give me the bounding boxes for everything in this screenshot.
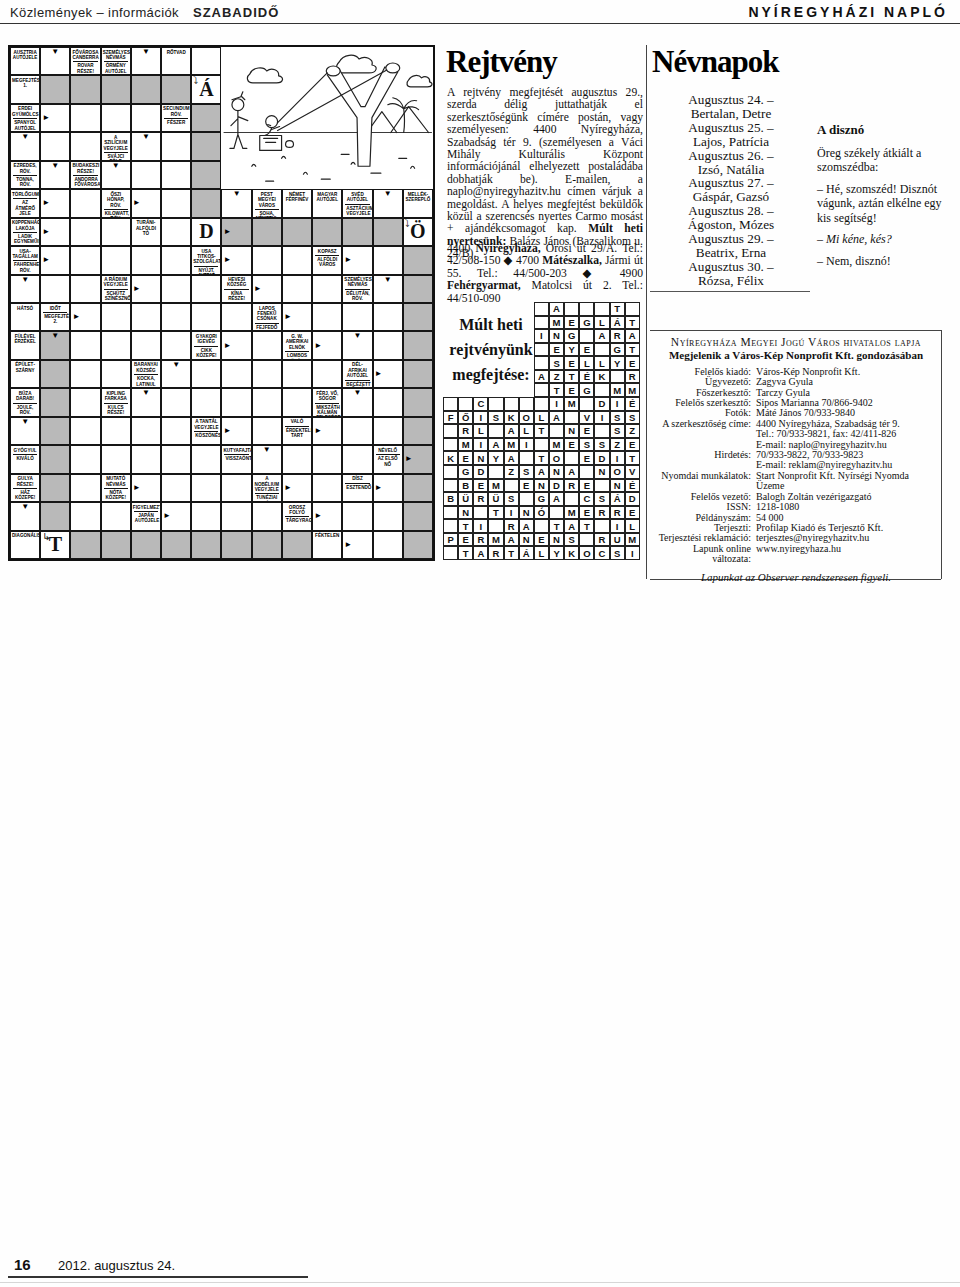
sol-void-cell xyxy=(519,329,534,343)
sol-letter-cell: É xyxy=(625,479,640,493)
sol-letter-cell: L xyxy=(534,546,549,560)
impressum-observer: Lapunkat az Observer rendszeresen figyel… xyxy=(654,572,938,582)
clue-text: NYÚJT, JUTTAT xyxy=(194,266,218,275)
cw-empty-cell xyxy=(191,360,221,388)
cw-empty-cell xyxy=(131,331,161,359)
clue-text: ALFÖLDI VÁROS xyxy=(315,255,339,268)
cw-empty-cell xyxy=(252,417,282,445)
sol-letter-cell: O xyxy=(519,411,534,425)
sol-letter-cell: L xyxy=(594,356,609,370)
sol-void-cell xyxy=(519,302,534,316)
sol-letter-cell: E xyxy=(458,533,473,547)
sol-letter-cell: M xyxy=(625,533,640,547)
cw-empty-cell xyxy=(101,303,131,331)
sol-letter-cell: B xyxy=(458,479,473,493)
sol-void-cell xyxy=(519,356,534,370)
cw-empty-cell xyxy=(161,417,191,445)
cw-empty-cell xyxy=(161,132,191,160)
direction-arrow-icon: ► xyxy=(223,427,231,435)
clue-text: ÖRMÉNY AUTÓJEL xyxy=(104,61,128,74)
sol-void-cell xyxy=(504,370,519,384)
column-divider xyxy=(646,45,647,579)
text-segment: A rejtvény megfejtését augusztus 29., sz… xyxy=(447,86,643,235)
cw-answer-cell xyxy=(161,531,191,559)
cw-answer-cell xyxy=(282,531,312,559)
cw-answer-cell xyxy=(191,189,221,217)
cw-empty-cell xyxy=(252,246,282,274)
cw-clue-cell: MAGYAR AUTÓJEL xyxy=(312,189,342,217)
sol-letter-cell: T xyxy=(549,519,564,533)
sol-empty-cell xyxy=(488,397,503,411)
sol-letter-cell: N xyxy=(519,506,534,520)
direction-arrow-icon: ▼ xyxy=(263,446,271,454)
clue-text: ASZTÁCIUM VEGYJELE xyxy=(345,204,369,217)
direction-arrow-icon: ► xyxy=(42,228,50,236)
sol-letter-cell: L xyxy=(519,424,534,438)
cw-empty-cell xyxy=(221,360,251,388)
cw-empty-cell xyxy=(161,331,191,359)
direction-arrow-icon: ▼ xyxy=(142,389,150,397)
sol-letter-cell: Z xyxy=(610,438,625,452)
cw-answer-cell xyxy=(40,388,70,416)
nameday-date: Augusztus 24. – xyxy=(652,93,810,107)
direction-arrow-icon: ► xyxy=(284,484,292,492)
cw-empty-cell xyxy=(70,104,100,132)
clue-text: KUTYAFAJTA xyxy=(222,446,250,453)
clue-text: MUTATÓ NÉVMÁS xyxy=(102,475,130,487)
sol-letter-cell: L xyxy=(594,316,609,330)
clue-text: A NOBÉLIUM VEGYJELE xyxy=(253,475,281,493)
clue-text: ÉRDEKTELENNÉ TART xyxy=(285,426,309,439)
cw-clue-cell: SZEMÉLYES NÉVMÁSÖRMÉNY AUTÓJEL xyxy=(101,47,131,75)
cw-clue-cell: KOPASZALFÖLDI VÁROS xyxy=(312,246,342,274)
sol-void-cell xyxy=(473,383,488,397)
sol-void-cell xyxy=(488,329,503,343)
sol-letter-cell: M xyxy=(564,506,579,520)
cw-answer-cell xyxy=(403,360,433,388)
sol-void-cell xyxy=(458,329,473,343)
cw-clue-cell: OROSZ FOLYÓTÁRGYRAG xyxy=(282,502,312,530)
direction-arrow-icon: ► xyxy=(314,512,322,520)
direction-arrow-icon: ► xyxy=(163,512,171,520)
sol-letter-cell: I xyxy=(473,438,488,452)
sol-letter-cell: Á xyxy=(610,492,625,506)
sol-letter-cell: M xyxy=(458,438,473,452)
sol-empty-cell xyxy=(534,397,549,411)
clue-text: KÍNA RÉSZE! xyxy=(224,289,248,302)
clue-text: ÉPÜLET­SZÁRNY xyxy=(11,361,39,373)
cw-empty-cell: ▼ xyxy=(161,360,191,388)
ground-dash xyxy=(265,154,406,181)
cw-clue-cell: NÉMET FÉRFINÉV xyxy=(282,189,312,217)
cw-empty-cell xyxy=(101,445,131,473)
cw-clue-cell: EZREDES, RÖV.TONNA, RÖV. xyxy=(10,161,40,189)
direction-arrow-icon: ► xyxy=(223,228,231,236)
sol-letter-cell: R xyxy=(473,533,488,547)
sol-letter-cell: E xyxy=(579,506,594,520)
sol-letter-cell: Ó xyxy=(534,506,549,520)
sol-letter-cell: I xyxy=(504,506,519,520)
cw-empty-cell xyxy=(282,388,312,416)
sol-letter-cell: N xyxy=(549,465,564,479)
sol-empty-cell xyxy=(443,479,458,493)
sol-letter-cell: B xyxy=(443,492,458,506)
cw-empty-cell: ▼ xyxy=(131,132,161,160)
clue-text: MAGYAR AUTÓJEL xyxy=(313,190,341,202)
direction-arrow-icon: ▼ xyxy=(142,133,150,141)
given-letter: D xyxy=(192,219,220,245)
cw-empty-cell xyxy=(191,502,221,530)
sol-empty-cell xyxy=(594,383,609,397)
sol-letter-cell: K xyxy=(594,370,609,384)
nameday-date: Augusztus 29. – xyxy=(652,232,810,246)
clue-text: HÁZ KÖZEPE! xyxy=(13,488,37,501)
sol-letter-cell: Á xyxy=(519,546,534,560)
cw-answer-cell xyxy=(161,75,191,103)
sol-letter-cell: T xyxy=(549,383,564,397)
cartoon-drawing xyxy=(222,47,434,189)
cw-clue-cell: PEST MEGYEI VÁROSSOHA, NÉMETÜL xyxy=(252,189,282,217)
cw-empty-cell: ▼ xyxy=(101,161,131,189)
sol-empty-cell xyxy=(504,397,519,411)
clue-text: SZEMÉLYES NÉVMÁS xyxy=(102,48,130,60)
sol-letter-cell: R xyxy=(610,506,625,520)
sol-empty-cell xyxy=(564,302,579,316)
clue-text: JOULE, RÖV. xyxy=(13,403,37,416)
nameday-names: Gáspár, Gazsó xyxy=(652,190,810,204)
sol-letter-cell: Z xyxy=(504,465,519,479)
sol-letter-cell: N xyxy=(594,465,609,479)
direction-arrow-icon: ▼ xyxy=(21,503,29,511)
cw-clue-cell: HÁTSÓ xyxy=(10,303,40,331)
sol-letter-cell: E xyxy=(473,479,488,493)
direction-arrow-icon: ► xyxy=(375,484,383,492)
direction-arrow-icon: ► xyxy=(42,114,50,122)
clue-text: BECÉZETT NŐI NÉV xyxy=(345,380,369,389)
direction-arrow-icon: ► xyxy=(133,484,141,492)
clue-text: SECUNDUM RÖV. xyxy=(162,105,190,117)
cw-empty-cell: ► xyxy=(342,531,372,559)
sol-letter-cell: Y xyxy=(610,356,625,370)
cw-empty-cell xyxy=(342,303,372,331)
sol-letter-cell: L xyxy=(579,356,594,370)
sol-letter-cell: Ü xyxy=(488,492,503,506)
direction-arrow-icon: ▼ xyxy=(384,276,392,284)
nameday-names: Rózsa, Félix xyxy=(652,274,810,288)
cw-empty-cell xyxy=(131,303,161,331)
sol-empty-cell xyxy=(579,302,594,316)
cw-empty-cell xyxy=(70,388,100,416)
sol-letter-cell: S xyxy=(610,424,625,438)
clue-text: DIAGONÁLIS xyxy=(11,532,39,539)
rejtveny-paragraph: A rejtvény megfejtését augusztus 29., sz… xyxy=(447,87,643,261)
cw-clue-cell: ŐSZI HÓNAP, RÖV.KILOWATT, RÖV. xyxy=(101,189,131,217)
standing-figure-body xyxy=(229,111,247,149)
sol-letter-cell: S xyxy=(594,438,609,452)
giant-y-slingshot xyxy=(327,67,398,166)
clue-text: OROSZ FOLYÓ xyxy=(283,503,311,515)
sol-letter-cell: E xyxy=(519,479,534,493)
cw-clue-cell: ÉPÜLET­SZÁRNY xyxy=(10,360,40,388)
nameday-names: Ágoston, Mózes xyxy=(652,218,810,232)
sol-letter-cell: D xyxy=(594,397,609,411)
solution-grid: ATMEGLÁTINGARAEYEGTSELLYEAZTÉKRTEGMMCIMD… xyxy=(443,302,640,560)
cw-clue-cell: LAPOS FENEKŰ CSÓNAKFEJFEDŐ xyxy=(252,303,282,331)
cw-empty-cell: ► xyxy=(131,189,161,217)
cw-clue-cell: GYAKORI IGEVÉGCIKK KÖZEPE! xyxy=(191,331,221,359)
clue-text: FŐVÁROSA CANBERRA xyxy=(71,48,99,60)
cw-clue-cell: MEGFEJTÉS 1. xyxy=(10,75,40,103)
sol-letter-cell: N xyxy=(610,479,625,493)
sol-letter-cell: S xyxy=(504,492,519,506)
sol-letter-cell: A xyxy=(488,438,503,452)
cw-empty-cell xyxy=(101,218,131,246)
sol-empty-cell xyxy=(473,506,488,520)
cw-empty-cell xyxy=(131,104,161,132)
sol-letter-cell: R xyxy=(610,329,625,343)
direction-arrow-icon: ▼ xyxy=(21,133,29,141)
cw-empty-cell xyxy=(161,303,191,331)
direction-arrow-icon: ▼ xyxy=(51,48,59,56)
cw-empty-cell xyxy=(101,360,131,388)
sol-empty-cell xyxy=(443,506,458,520)
cw-empty-cell: ► xyxy=(131,474,161,502)
clue-text: USA TITKOS­SZOLGÁLATA xyxy=(192,247,220,265)
sol-letter-cell: R xyxy=(458,424,473,438)
cw-empty-cell xyxy=(191,388,221,416)
sol-void-cell xyxy=(458,316,473,330)
sol-empty-cell xyxy=(594,343,609,357)
sol-void-cell xyxy=(504,316,519,330)
cw-clue-cell: SECUNDUM RÖV.FÉSZER xyxy=(161,104,191,132)
cw-empty-cell xyxy=(161,218,191,246)
cw-empty-cell: ▼ xyxy=(373,189,403,217)
cw-clue-cell: MUTATÓ NÉVMÁSNÓTA KÖZEPE! xyxy=(101,474,131,502)
sol-letter-cell: I xyxy=(473,411,488,425)
clue-text: FÉSZER xyxy=(164,118,188,125)
sol-empty-cell xyxy=(488,424,503,438)
clue-text: MELLÉK­SZEREPLŐ xyxy=(404,190,432,202)
clue-text: LAPOS FENEKŰ CSÓNAK xyxy=(253,304,281,322)
direction-arrow-icon: ► xyxy=(72,313,80,321)
sol-letter-cell: E xyxy=(458,451,473,465)
clue-text: VISSZAÖNT! xyxy=(224,454,248,461)
clue-text: LADIK EGYNEMŰI! xyxy=(13,232,37,245)
cw-clue-cell: SVÉD AUTÓJELASZTÁCIUM VEGYJELE xyxy=(342,189,372,217)
sol-letter-cell: O xyxy=(579,546,594,560)
cw-empty-cell: ► xyxy=(373,474,403,502)
clue-text: A SZILÍCIUM VEGYJELE xyxy=(102,133,130,151)
sol-empty-cell xyxy=(519,397,534,411)
cw-clue-cell: GYÓGYULKIVÁLÓ xyxy=(10,445,40,473)
sol-letter-cell: D xyxy=(549,479,564,493)
cw-answer-cell xyxy=(191,132,221,160)
sol-empty-cell xyxy=(579,465,594,479)
sol-empty-cell xyxy=(443,546,458,560)
impressum-border-top xyxy=(650,330,941,331)
sol-letter-cell: I xyxy=(519,438,534,452)
cw-empty-cell xyxy=(373,246,403,274)
impressum-row: ISSN:1218-1080 xyxy=(654,502,938,512)
cw-empty-cell: ► xyxy=(161,502,191,530)
clue-text: ROVAR RÉSZE! xyxy=(73,61,97,74)
sol-letter-cell: S xyxy=(579,438,594,452)
clue-text: VALÓ xyxy=(283,418,311,425)
sol-letter-cell: T xyxy=(534,451,549,465)
clue-text: FÜLÉVEL ÉRZÉKEL xyxy=(11,332,39,344)
sol-letter-cell: L xyxy=(625,519,640,533)
cw-answer-cell xyxy=(403,502,433,530)
namedays-list: Augusztus 24. –Bertalan, DetreAugusztus … xyxy=(652,93,810,288)
sol-empty-cell xyxy=(534,302,549,316)
clue-text: SZEMÉLYES NÉVMÁS xyxy=(343,276,371,288)
direction-arrow-icon: ▼ xyxy=(112,162,120,170)
clue-text: RŐTVAD xyxy=(162,48,190,55)
cw-empty-cell xyxy=(70,246,100,274)
cw-empty-cell: ▼ xyxy=(342,388,372,416)
cw-empty-cell xyxy=(161,161,191,189)
cw-empty-cell xyxy=(161,474,191,502)
sol-empty-cell xyxy=(625,302,640,316)
cw-empty-cell xyxy=(252,502,282,530)
sol-letter-cell: V xyxy=(579,411,594,425)
cw-answer-cell xyxy=(40,445,70,473)
sol-void-cell xyxy=(443,302,458,316)
nameday-date: Augusztus 26. – xyxy=(652,149,810,163)
cw-answer-cell xyxy=(221,531,251,559)
sol-void-cell xyxy=(458,302,473,316)
sol-letter-cell: Z xyxy=(549,370,564,384)
clue-text: USA-TAGÁLLAM xyxy=(11,247,39,259)
sol-letter-cell: E xyxy=(579,424,594,438)
sol-letter-cell: A xyxy=(625,329,640,343)
clue-text: KIVÁLÓ xyxy=(13,454,37,461)
clue-text: EZREDES, RÖV. xyxy=(11,162,39,174)
clue-text: ERDEI GYÜMÖLCS xyxy=(11,105,39,117)
cw-empty-cell xyxy=(252,388,282,416)
cw-empty-cell: ▼ xyxy=(10,417,40,445)
sol-empty-cell xyxy=(488,465,503,479)
direction-arrow-icon: ▼ xyxy=(353,332,361,340)
sol-void-cell xyxy=(488,343,503,357)
cw-clue-cell: BÚZA DARAB!JOULE, RÖV. xyxy=(10,388,40,416)
clue-text: CIKK KÖZEPE! xyxy=(194,346,218,359)
joke-line: Öreg székely átkiált a szomszédba: xyxy=(817,146,957,175)
direction-arrow-icon: ► xyxy=(344,541,352,549)
cw-clue-cell: GULYA RÉSZE!HÁZ KÖZEPE! xyxy=(10,474,40,502)
sol-letter-cell: A xyxy=(504,424,519,438)
cw-empty-cell: ▼ xyxy=(342,331,372,359)
sol-letter-cell: T xyxy=(488,506,503,520)
sol-letter-cell: R xyxy=(473,492,488,506)
sol-empty-cell xyxy=(549,424,564,438)
sol-letter-cell: R xyxy=(594,533,609,547)
sol-letter-cell: T xyxy=(625,343,640,357)
sol-empty-cell xyxy=(519,492,534,506)
sol-letter-cell: S xyxy=(519,465,534,479)
cloud-icon xyxy=(336,55,376,73)
sol-empty-cell xyxy=(579,397,594,411)
impressum-row: Nyomdai munkálatok:Start Nonprofit Kft. … xyxy=(654,471,938,492)
cw-empty-cell: ► xyxy=(40,218,70,246)
cw-clue-cell: VALÓÉRDEKTELENNÉ TART xyxy=(282,417,312,445)
cw-empty-cell: ▼ xyxy=(252,445,282,473)
direction-arrow-icon: ► xyxy=(42,256,50,264)
sol-letter-cell: G xyxy=(534,492,549,506)
cartoon-illustration xyxy=(222,47,434,189)
cloud-icon xyxy=(406,75,431,86)
cw-letter-cell: D xyxy=(191,218,221,246)
cw-answer-cell: ▼ xyxy=(40,331,70,359)
cw-empty-cell: ▼ xyxy=(131,388,161,416)
cw-answer-cell xyxy=(403,303,433,331)
cw-clue-cell: TURÁNI-ALFÖLDI TÓ xyxy=(131,218,161,246)
joke-line: – Mi kéne, kés? xyxy=(817,232,957,247)
impressum-line2: Megjelenik a Város-Kép Nonprofit Kft. go… xyxy=(654,350,938,360)
sol-letter-cell: M xyxy=(625,383,640,397)
sol-letter-cell: A xyxy=(564,519,579,533)
cw-clue-cell: FÉKTELEN xyxy=(312,531,342,559)
nevnapok-title: Névnapok xyxy=(652,44,778,80)
nameday-names: Beatrix, Erna xyxy=(652,246,810,260)
cw-answer-cell: ► xyxy=(403,445,433,473)
sol-empty-cell xyxy=(519,451,534,465)
sol-letter-cell: Y xyxy=(488,451,503,465)
sol-letter-cell: A xyxy=(549,302,564,316)
cw-empty-cell: ► xyxy=(70,303,100,331)
sol-letter-cell: E xyxy=(564,438,579,452)
cw-empty-cell: ► xyxy=(221,331,251,359)
cw-empty-cell xyxy=(312,303,342,331)
sol-empty-cell xyxy=(564,411,579,425)
sol-letter-cell: T xyxy=(579,519,594,533)
sol-empty-cell xyxy=(594,424,609,438)
sol-letter-cell: T xyxy=(564,370,579,384)
cw-empty-cell xyxy=(312,275,342,303)
cw-empty-cell xyxy=(282,445,312,473)
clue-text: SPANYOL AUTÓJEL xyxy=(13,118,37,131)
cw-letter-cell: T↳ xyxy=(40,531,70,559)
cw-answer-cell xyxy=(191,161,221,189)
clue-text: AZ ELSŐ NŐ xyxy=(376,454,400,467)
sol-letter-cell: I xyxy=(549,397,564,411)
cw-empty-cell xyxy=(161,275,191,303)
cw-empty-cell xyxy=(221,502,251,530)
clue-text: NÓTA KÖZEPE! xyxy=(104,488,128,501)
grass-tuft xyxy=(251,156,414,174)
clue-text: GYÓGYUL xyxy=(11,446,39,453)
cw-empty-cell: ▼ xyxy=(10,502,40,530)
sol-letter-cell: N xyxy=(549,533,564,547)
sol-letter-cell: E xyxy=(579,451,594,465)
cw-empty-cell xyxy=(161,445,191,473)
clue-text: A TANTÁL VEGYJELE xyxy=(192,418,220,430)
direction-arrow-icon: ► xyxy=(133,285,141,293)
sol-empty-cell xyxy=(443,424,458,438)
cw-empty-cell xyxy=(70,360,100,388)
pyramid-icon xyxy=(390,107,428,133)
sol-letter-cell: A xyxy=(549,411,564,425)
cw-answer-cell xyxy=(131,531,161,559)
cw-empty-cell xyxy=(312,360,342,388)
cw-empty-cell: ▼ xyxy=(10,275,40,303)
sol-void-cell xyxy=(504,302,519,316)
clue-text: FIGYELMEZTET xyxy=(132,503,160,510)
clue-text: ESZTENDŐ xyxy=(345,483,369,490)
impressum-label: Nyomdai munkálatok: xyxy=(654,471,751,492)
sol-empty-cell xyxy=(564,451,579,465)
clue-text: KULCS RÉSZE! xyxy=(104,403,128,416)
